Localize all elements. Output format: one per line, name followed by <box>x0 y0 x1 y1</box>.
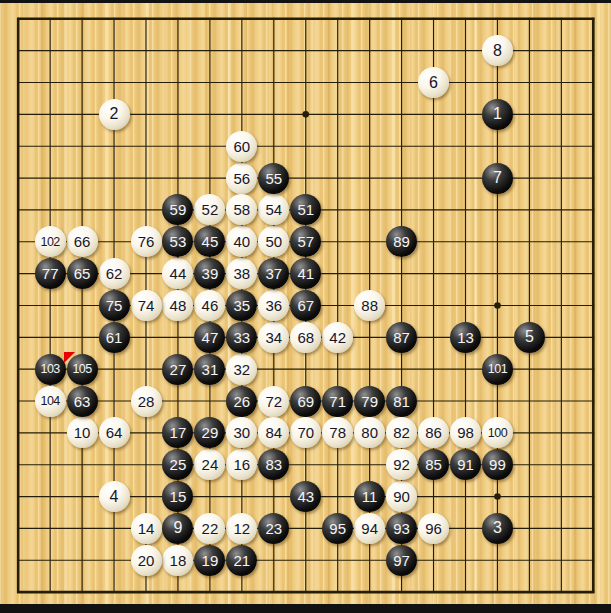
stone-move-43-black: 43 <box>290 481 321 512</box>
stone-move-76-white: 76 <box>131 226 162 257</box>
stone-move-15-black: 15 <box>162 481 193 512</box>
stone-move-47-black: 47 <box>194 322 225 353</box>
stone-move-9-black: 9 <box>162 513 193 544</box>
stone-move-24-white: 24 <box>194 449 225 480</box>
stone-move-88-white: 88 <box>354 290 385 321</box>
stone-move-86-white: 86 <box>418 417 449 448</box>
window-top-edge <box>0 0 611 3</box>
stone-move-98-white: 98 <box>450 417 481 448</box>
stone-move-12-white: 12 <box>226 513 257 544</box>
stone-move-79-black: 79 <box>354 386 385 417</box>
stone-move-93-black: 93 <box>386 513 417 544</box>
stone-move-56-white: 56 <box>226 163 257 194</box>
stone-move-51-black: 51 <box>290 194 321 225</box>
stone-move-68-white: 68 <box>290 322 321 353</box>
stone-move-6-white: 6 <box>418 67 449 98</box>
stone-move-96-white: 96 <box>418 513 449 544</box>
stone-move-46-white: 46 <box>194 290 225 321</box>
stone-move-87-black: 87 <box>386 322 417 353</box>
stone-move-36-white: 36 <box>258 290 289 321</box>
stone-move-72-white: 72 <box>258 386 289 417</box>
stone-move-10-white: 10 <box>67 417 98 448</box>
stone-move-33-black: 33 <box>226 322 257 353</box>
stone-move-75-black: 75 <box>99 290 130 321</box>
stone-move-65-black: 65 <box>67 258 98 289</box>
last-move-marker-triangle <box>64 352 75 363</box>
stone-move-2-white: 2 <box>99 99 130 130</box>
stone-move-84-white: 84 <box>258 417 289 448</box>
stone-move-103-black: 103 <box>35 354 66 385</box>
stone-move-35-black: 35 <box>226 290 257 321</box>
stone-move-102-white: 102 <box>35 226 66 257</box>
stone-move-44-white: 44 <box>162 258 193 289</box>
stone-move-100-white: 100 <box>482 417 513 448</box>
stone-move-77-black: 77 <box>35 258 66 289</box>
go-app-window: 1234567891011121314151617181920212223242… <box>0 0 611 613</box>
stone-move-29-black: 29 <box>194 417 225 448</box>
stone-move-4-white: 4 <box>99 481 130 512</box>
stone-move-14-white: 14 <box>131 513 162 544</box>
stone-move-5-black: 5 <box>514 322 545 353</box>
stone-move-61-black: 61 <box>99 322 130 353</box>
stone-move-41-black: 41 <box>290 258 321 289</box>
stone-move-52-white: 52 <box>194 194 225 225</box>
stone-move-70-white: 70 <box>290 417 321 448</box>
stone-move-66-white: 66 <box>67 226 98 257</box>
stone-move-34-white: 34 <box>258 322 289 353</box>
stone-move-25-black: 25 <box>162 449 193 480</box>
stone-move-94-white: 94 <box>354 513 385 544</box>
window-bottom-edge <box>0 604 611 613</box>
stone-move-16-white: 16 <box>226 449 257 480</box>
stone-move-42-white: 42 <box>322 322 353 353</box>
stone-move-28-white: 28 <box>131 386 162 417</box>
stone-move-3-black: 3 <box>482 513 513 544</box>
stone-move-81-black: 81 <box>386 386 417 417</box>
stone-move-48-white: 48 <box>162 290 193 321</box>
stone-move-38-white: 38 <box>226 258 257 289</box>
stones-layer: 1234567891011121314151617181920212223242… <box>0 0 611 613</box>
stone-move-99-black: 99 <box>482 449 513 480</box>
stone-move-17-black: 17 <box>162 417 193 448</box>
stone-move-78-white: 78 <box>322 417 353 448</box>
stone-move-18-white: 18 <box>162 545 193 576</box>
stone-move-82-white: 82 <box>386 417 417 448</box>
stone-move-97-black: 97 <box>386 545 417 576</box>
stone-move-54-white: 54 <box>258 194 289 225</box>
stone-move-83-black: 83 <box>258 449 289 480</box>
stone-move-59-black: 59 <box>162 194 193 225</box>
stone-move-21-black: 21 <box>226 545 257 576</box>
stone-move-95-black: 95 <box>322 513 353 544</box>
stone-move-23-black: 23 <box>258 513 289 544</box>
stone-move-30-white: 30 <box>226 417 257 448</box>
stone-move-53-black: 53 <box>162 226 193 257</box>
stone-move-19-black: 19 <box>194 545 225 576</box>
stone-move-92-white: 92 <box>386 449 417 480</box>
stone-move-40-white: 40 <box>226 226 257 257</box>
stone-move-27-black: 27 <box>162 354 193 385</box>
stone-move-20-white: 20 <box>131 545 162 576</box>
stone-move-64-white: 64 <box>99 417 130 448</box>
stone-move-32-white: 32 <box>226 354 257 385</box>
stone-move-37-black: 37 <box>258 258 289 289</box>
stone-move-60-white: 60 <box>226 131 257 162</box>
stone-move-26-black: 26 <box>226 386 257 417</box>
stone-move-13-black: 13 <box>450 322 481 353</box>
stone-move-62-white: 62 <box>99 258 130 289</box>
stone-move-89-black: 89 <box>386 226 417 257</box>
stone-move-55-black: 55 <box>258 163 289 194</box>
stone-move-63-black: 63 <box>67 386 98 417</box>
stone-move-31-black: 31 <box>194 354 225 385</box>
stone-move-67-black: 67 <box>290 290 321 321</box>
stone-move-22-white: 22 <box>194 513 225 544</box>
stone-move-85-black: 85 <box>418 449 449 480</box>
stone-move-1-black: 1 <box>482 99 513 130</box>
stone-move-71-black: 71 <box>322 386 353 417</box>
stone-move-58-white: 58 <box>226 194 257 225</box>
stone-move-45-black: 45 <box>194 226 225 257</box>
stone-move-69-black: 69 <box>290 386 321 417</box>
stone-move-50-white: 50 <box>258 226 289 257</box>
stone-move-8-white: 8 <box>482 35 513 66</box>
stone-move-39-black: 39 <box>194 258 225 289</box>
stone-move-90-white: 90 <box>386 481 417 512</box>
stone-move-74-white: 74 <box>131 290 162 321</box>
stone-move-11-black: 11 <box>354 481 385 512</box>
stone-move-104-white: 104 <box>35 386 66 417</box>
stone-move-57-black: 57 <box>290 226 321 257</box>
stone-move-101-black: 101 <box>482 354 513 385</box>
stone-move-80-white: 80 <box>354 417 385 448</box>
stone-move-91-black: 91 <box>450 449 481 480</box>
stone-move-7-black: 7 <box>482 163 513 194</box>
